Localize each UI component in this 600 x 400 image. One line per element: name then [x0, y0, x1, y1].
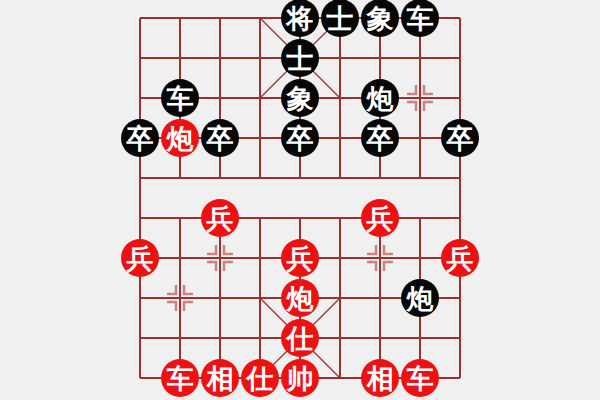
piece-red-elephant[interactable]: 相	[201, 359, 239, 397]
piece-black-general[interactable]: 将	[281, 0, 319, 37]
piece-red-advisor[interactable]: 仕	[281, 319, 319, 357]
piece-black-soldier[interactable]: 卒	[121, 119, 159, 157]
piece-black-cannon[interactable]: 炮	[401, 279, 439, 317]
piece-red-chariot[interactable]: 车	[401, 359, 439, 397]
piece-black-elephant[interactable]: 象	[361, 0, 399, 37]
piece-red-cannon[interactable]: 炮	[161, 119, 199, 157]
piece-black-advisor[interactable]: 士	[281, 39, 319, 77]
piece-red-chariot[interactable]: 车	[161, 359, 199, 397]
piece-red-soldier[interactable]: 兵	[281, 239, 319, 277]
piece-black-soldier[interactable]: 卒	[201, 119, 239, 157]
piece-red-soldier[interactable]: 兵	[121, 239, 159, 277]
piece-black-elephant[interactable]: 象	[281, 79, 319, 117]
piece-red-cannon[interactable]: 炮	[281, 279, 319, 317]
piece-black-soldier[interactable]: 卒	[441, 119, 479, 157]
piece-black-advisor[interactable]: 士	[321, 0, 359, 37]
pieces-layer: 将士象车士车象炮卒卒卒卒卒炮炮兵兵兵兵兵炮仕车相仕帅相车	[0, 0, 600, 400]
piece-red-elephant[interactable]: 相	[361, 359, 399, 397]
piece-black-soldier[interactable]: 卒	[281, 119, 319, 157]
xiangqi-board: 将士象车士车象炮卒卒卒卒卒炮炮兵兵兵兵兵炮仕车相仕帅相车	[0, 0, 600, 400]
piece-red-soldier[interactable]: 兵	[201, 199, 239, 237]
piece-black-cannon[interactable]: 炮	[361, 79, 399, 117]
piece-red-soldier[interactable]: 兵	[441, 239, 479, 277]
piece-red-general[interactable]: 帅	[281, 359, 319, 397]
piece-red-advisor[interactable]: 仕	[241, 359, 279, 397]
piece-red-soldier[interactable]: 兵	[361, 199, 399, 237]
piece-black-chariot[interactable]: 车	[401, 0, 439, 37]
piece-black-soldier[interactable]: 卒	[361, 119, 399, 157]
piece-black-chariot[interactable]: 车	[161, 79, 199, 117]
